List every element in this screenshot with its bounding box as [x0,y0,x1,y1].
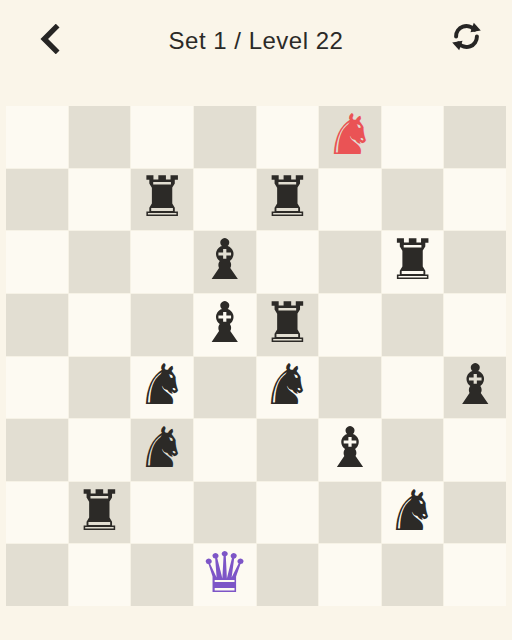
square-g8[interactable] [382,106,444,168]
red-knight-f8[interactable]: ♞ [325,107,375,163]
square-h5[interactable] [444,294,506,356]
square-e7[interactable]: ♜ [257,169,319,231]
square-d3[interactable] [194,419,256,481]
default-bishop-h4[interactable]: ♝ [450,357,500,413]
square-c4[interactable]: ♞ [131,357,193,419]
square-c3[interactable]: ♞ [131,419,193,481]
default-rook-e5[interactable]: ♜ [262,295,312,351]
square-d2[interactable] [194,482,256,544]
page-title: Set 1 / Level 22 [0,0,512,82]
square-b1[interactable] [69,544,131,606]
square-g7[interactable] [382,169,444,231]
square-b2[interactable]: ♜ [69,482,131,544]
square-c5[interactable] [131,294,193,356]
square-h6[interactable] [444,231,506,293]
square-h8[interactable] [444,106,506,168]
restart-button[interactable] [448,20,484,56]
square-f2[interactable] [319,482,381,544]
square-b4[interactable] [69,357,131,419]
square-b7[interactable] [69,169,131,231]
square-a2[interactable] [6,482,68,544]
square-d1[interactable]: ♛ [194,544,256,606]
square-a6[interactable] [6,231,68,293]
square-g2[interactable]: ♞ [382,482,444,544]
square-b6[interactable] [69,231,131,293]
square-e1[interactable] [257,544,319,606]
default-bishop-d5[interactable]: ♝ [200,295,250,351]
chess-board: ♞♜♜♝♜♝♜♞♞♝♞♝♜♞♛ [6,106,506,606]
square-g4[interactable] [382,357,444,419]
square-e2[interactable] [257,482,319,544]
square-f1[interactable] [319,544,381,606]
default-bishop-d6[interactable]: ♝ [200,232,250,288]
square-c8[interactable] [131,106,193,168]
square-d4[interactable] [194,357,256,419]
square-d7[interactable] [194,169,256,231]
square-d8[interactable] [194,106,256,168]
square-f8[interactable]: ♞ [319,106,381,168]
square-b5[interactable] [69,294,131,356]
default-knight-g2[interactable]: ♞ [387,483,437,539]
square-c7[interactable]: ♜ [131,169,193,231]
square-a4[interactable] [6,357,68,419]
square-a7[interactable] [6,169,68,231]
square-e3[interactable] [257,419,319,481]
square-g6[interactable]: ♜ [382,231,444,293]
default-rook-b2[interactable]: ♜ [74,483,124,539]
square-b8[interactable] [69,106,131,168]
square-f5[interactable] [319,294,381,356]
square-a8[interactable] [6,106,68,168]
square-c6[interactable] [131,231,193,293]
square-h4[interactable]: ♝ [444,357,506,419]
square-h3[interactable] [444,419,506,481]
default-knight-c3[interactable]: ♞ [137,420,187,476]
default-rook-g6[interactable]: ♜ [387,232,437,288]
default-bishop-f3[interactable]: ♝ [325,420,375,476]
square-a1[interactable] [6,544,68,606]
square-a3[interactable] [6,419,68,481]
default-rook-e7[interactable]: ♜ [262,169,312,225]
square-h7[interactable] [444,169,506,231]
square-h1[interactable] [444,544,506,606]
refresh-icon [451,21,482,55]
square-e6[interactable] [257,231,319,293]
square-f3[interactable]: ♝ [319,419,381,481]
default-knight-e4[interactable]: ♞ [262,357,312,413]
square-d6[interactable]: ♝ [194,231,256,293]
square-g1[interactable] [382,544,444,606]
square-c1[interactable] [131,544,193,606]
square-e5[interactable]: ♜ [257,294,319,356]
square-f6[interactable] [319,231,381,293]
purple-queen-d1[interactable]: ♛ [200,545,250,601]
square-a5[interactable] [6,294,68,356]
square-e8[interactable] [257,106,319,168]
chevron-left-icon [38,24,62,57]
square-b3[interactable] [69,419,131,481]
square-e4[interactable]: ♞ [257,357,319,419]
square-g5[interactable] [382,294,444,356]
top-bar: Set 1 / Level 22 [0,0,512,82]
square-g3[interactable] [382,419,444,481]
square-d5[interactable]: ♝ [194,294,256,356]
square-h2[interactable] [444,482,506,544]
default-rook-c7[interactable]: ♜ [137,169,187,225]
default-knight-c4[interactable]: ♞ [137,357,187,413]
back-button[interactable] [32,22,68,58]
square-f7[interactable] [319,169,381,231]
square-f4[interactable] [319,357,381,419]
square-c2[interactable] [131,482,193,544]
